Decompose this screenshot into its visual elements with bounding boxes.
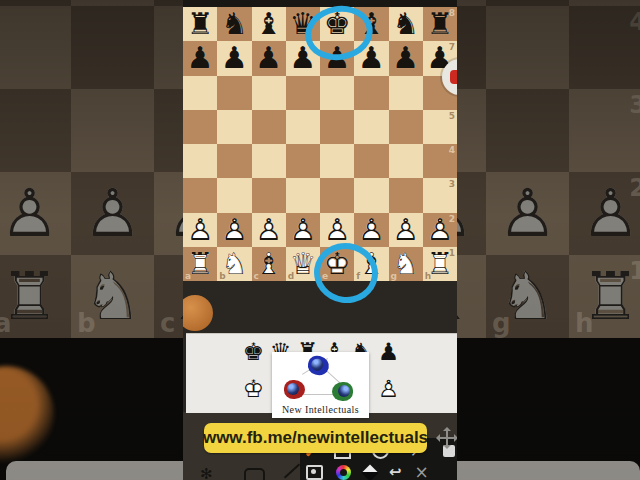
white-p-piece[interactable]: ♟♙ xyxy=(355,213,388,246)
rank-label: 8 xyxy=(449,8,455,18)
black-n-piece[interactable]: ♞ xyxy=(221,9,248,39)
square-a7[interactable]: ♟ xyxy=(183,41,217,75)
square-h5[interactable]: 5 xyxy=(423,110,457,144)
logo-head-green-icon xyxy=(332,382,353,401)
square-b3[interactable] xyxy=(217,178,251,212)
promo-banner[interactable]: www.fb.me/newintellectuals xyxy=(204,423,427,453)
white-p-piece[interactable]: ♟♙ xyxy=(321,213,354,246)
rank-label: 7 xyxy=(449,42,455,52)
white-p-piece[interactable]: ♟♙ xyxy=(286,213,319,246)
screenshot-stage: ♜♞♝♛♚♝♞8♜♟♟♟♟♟♟♟7♟6543♟♙♟♙♟♙♟♙♟♙♟♙♟♙2♟♙a… xyxy=(0,0,640,480)
tray-piece[interactable]: ♚♔ xyxy=(240,374,267,404)
square-a4[interactable] xyxy=(183,144,217,178)
black-p-piece[interactable]: ♟ xyxy=(392,43,419,73)
square-g7[interactable]: ♟ xyxy=(389,41,423,75)
play-badge-icon xyxy=(450,70,457,84)
square-e2[interactable]: ♟♙ xyxy=(320,213,354,247)
square-c4[interactable] xyxy=(252,144,286,178)
square-f5[interactable] xyxy=(354,110,388,144)
window-icon[interactable] xyxy=(244,468,265,480)
white-p-piece[interactable]: ♟♙ xyxy=(252,213,285,246)
channel-logo: New Intellectuals xyxy=(272,352,369,418)
square-b2[interactable]: ♟♙ xyxy=(217,213,251,247)
square-c7[interactable]: ♟ xyxy=(252,41,286,75)
rank-label: 3 xyxy=(449,179,455,189)
logo-head-red-icon xyxy=(284,380,305,399)
square-g6[interactable] xyxy=(389,76,423,110)
square-g4[interactable] xyxy=(389,144,423,178)
black-r-piece[interactable]: ♜ xyxy=(187,9,214,39)
black-p-piece[interactable]: ♟ xyxy=(187,43,214,73)
square-c2[interactable]: ♟♙ xyxy=(252,213,286,247)
white-n-piece[interactable]: ♞♘ xyxy=(218,247,251,280)
square-a3[interactable] xyxy=(183,178,217,212)
square-d6[interactable] xyxy=(286,76,320,110)
white-p-piece[interactable]: ♟♙ xyxy=(389,213,422,246)
tray-piece[interactable]: ♟♙ xyxy=(375,374,402,404)
white-p-piece[interactable]: ♟♙ xyxy=(423,213,456,246)
square-c3[interactable] xyxy=(252,178,286,212)
tray-piece[interactable]: ♟ xyxy=(375,337,402,367)
screenshot-icon[interactable] xyxy=(306,465,323,480)
square-g2[interactable]: ♟♙ xyxy=(389,213,423,247)
square-b4[interactable] xyxy=(217,144,251,178)
square-a2[interactable]: ♟♙ xyxy=(183,213,217,247)
white-r-piece[interactable]: ♜♖ xyxy=(184,247,217,280)
square-f6[interactable] xyxy=(354,76,388,110)
square-d2[interactable]: ♟♙ xyxy=(286,213,320,247)
square-e4[interactable] xyxy=(320,144,354,178)
white-p-piece[interactable]: ♟♙ xyxy=(376,376,402,403)
square-a6[interactable] xyxy=(183,76,217,110)
square-g5[interactable] xyxy=(389,110,423,144)
square-d4[interactable] xyxy=(286,144,320,178)
white-b-piece[interactable]: ♝♗ xyxy=(252,247,285,280)
square-b7[interactable]: ♟ xyxy=(217,41,251,75)
square-e3[interactable] xyxy=(320,178,354,212)
tray-piece[interactable]: ♚ xyxy=(240,337,267,367)
square-g1[interactable]: g♞♘ xyxy=(389,247,423,281)
square-c5[interactable] xyxy=(252,110,286,144)
square-f3[interactable] xyxy=(354,178,388,212)
white-k-piece[interactable]: ♚♔ xyxy=(241,376,267,403)
square-b8[interactable]: ♞ xyxy=(217,7,251,41)
rank-label: 4 xyxy=(449,145,455,155)
square-h4[interactable]: 4 xyxy=(423,144,457,178)
square-a5[interactable] xyxy=(183,110,217,144)
black-b-piece[interactable]: ♝ xyxy=(255,9,282,39)
square-g3[interactable] xyxy=(389,178,423,212)
close-icon[interactable]: × xyxy=(415,464,429,480)
square-d3[interactable] xyxy=(286,178,320,212)
square-h3[interactable]: 3 xyxy=(423,178,457,212)
square-g8[interactable]: ♞ xyxy=(389,7,423,41)
phone-screen: ♜♞♝♛♚♝♞8♜♟♟♟♟♟♟♟7♟6543♟♙♟♙♟♙♟♙♟♙♟♙♟♙2♟♙a… xyxy=(183,0,457,480)
square-c6[interactable] xyxy=(252,76,286,110)
square-c8[interactable]: ♝ xyxy=(252,7,286,41)
eraser-icon[interactable] xyxy=(362,464,379,480)
white-r-piece[interactable]: ♜♖ xyxy=(423,247,456,280)
gear-icon[interactable]: ✻ xyxy=(200,465,213,480)
square-h8[interactable]: 8♜ xyxy=(423,7,457,41)
white-n-piece[interactable]: ♞♘ xyxy=(389,247,422,280)
square-e6[interactable] xyxy=(320,76,354,110)
black-k-piece[interactable]: ♚ xyxy=(243,340,265,364)
square-d5[interactable] xyxy=(286,110,320,144)
black-n-piece[interactable]: ♞ xyxy=(392,9,419,39)
square-c1[interactable]: c♝♗ xyxy=(252,247,286,281)
square-h2[interactable]: 2♟♙ xyxy=(423,213,457,247)
square-h1[interactable]: 1h♜♖ xyxy=(423,247,457,281)
black-p-piece[interactable]: ♟ xyxy=(221,43,248,73)
square-e5[interactable] xyxy=(320,110,354,144)
square-a1[interactable]: a♜♖ xyxy=(183,247,217,281)
white-p-piece[interactable]: ♟♙ xyxy=(218,213,251,246)
floating-recorder-button[interactable] xyxy=(183,295,213,331)
color-wheel-icon[interactable] xyxy=(336,465,351,480)
square-b5[interactable] xyxy=(217,110,251,144)
square-f2[interactable]: ♟♙ xyxy=(354,213,388,247)
square-a8[interactable]: ♜ xyxy=(183,7,217,41)
black-p-piece[interactable]: ♟ xyxy=(255,43,282,73)
black-p-piece[interactable]: ♟ xyxy=(378,340,400,364)
move-handle-icon[interactable] xyxy=(439,430,455,446)
square-f4[interactable] xyxy=(354,144,388,178)
undo-icon[interactable]: ↩ xyxy=(389,465,402,480)
white-p-piece[interactable]: ♟♙ xyxy=(184,213,217,246)
rank-label: 5 xyxy=(449,111,455,121)
logo-title: New Intellectuals xyxy=(272,404,369,415)
square-b1[interactable]: b♞♘ xyxy=(217,247,251,281)
square-b6[interactable] xyxy=(217,76,251,110)
